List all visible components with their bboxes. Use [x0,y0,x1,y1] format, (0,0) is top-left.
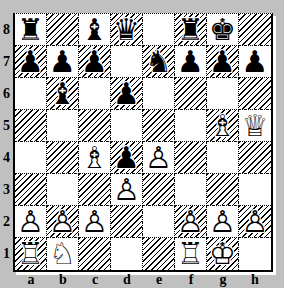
piece-glyph: ♝ [79,142,110,173]
piece-glyph: ♟ [207,46,238,77]
square-a6[interactable] [15,78,47,110]
square-c2[interactable]: ♟♙ [79,206,111,238]
rank-label-3: 3 [0,174,13,206]
square-f6[interactable] [175,78,207,110]
white-pawn-h2[interactable]: ♟♙ [239,206,271,237]
rank-label-5: 5 [0,110,13,142]
white-pawn-g2[interactable]: ♟♙ [207,206,238,237]
square-h1[interactable] [239,238,271,270]
square-c4[interactable]: ♝♗ [79,142,111,174]
piece-glyph: ♛ [239,110,271,141]
square-c1[interactable] [79,238,111,270]
piece-glyph: ♟ [239,206,271,237]
square-g6[interactable] [207,78,239,110]
piece-glyph: ♟ [111,78,142,109]
piece-glyph: ♟ [143,142,174,173]
piece-glyph: ♟ [111,174,142,205]
square-c8[interactable]: ♝ [79,14,111,46]
square-b3[interactable] [47,174,79,206]
piece-outline-glyph: ♘ [47,238,78,270]
black-rook-a8[interactable]: ♜ [15,14,46,45]
piece-outline-glyph: ♖ [15,238,46,270]
square-a1[interactable]: ♜♖ [15,238,47,270]
piece-glyph: ♜ [175,238,206,270]
square-h8[interactable] [239,14,271,46]
square-f7[interactable]: ♟ [175,46,207,78]
piece-outline-glyph: ♙ [111,174,142,205]
piece-outline-glyph: ♙ [15,206,46,237]
square-d7[interactable] [111,46,143,78]
piece-glyph: ♞ [47,238,78,270]
rank-label-2: 2 [0,206,13,238]
piece-glyph: ♚ [207,238,238,270]
white-pawn-a2[interactable]: ♟♙ [15,206,46,237]
square-h7[interactable]: ♟ [239,46,271,78]
file-label-e: e [143,272,175,288]
file-label-d: d [111,272,143,288]
piece-glyph: ♟ [111,142,142,173]
white-pawn-d3[interactable]: ♟♙ [111,174,142,205]
square-c3[interactable] [79,174,111,206]
file-label-b: b [47,272,79,288]
rank-label-4: 4 [0,142,13,174]
square-g7[interactable]: ♟ [207,46,239,78]
square-e4[interactable]: ♟♙ [143,142,175,174]
piece-glyph: ♜ [15,14,46,45]
piece-outline-glyph: ♙ [143,142,174,173]
square-b2[interactable]: ♟♙ [47,206,79,238]
square-d8[interactable]: ♛ [111,14,143,46]
piece-outline-glyph: ♙ [47,206,78,237]
square-b7[interactable]: ♟ [47,46,79,78]
black-bishop-b6[interactable]: ♝ [47,78,78,109]
white-queen-h5[interactable]: ♛♕ [239,110,271,141]
square-d6[interactable]: ♟ [111,78,143,110]
piece-glyph: ♟ [15,46,46,77]
square-c6[interactable] [79,78,111,110]
square-f3[interactable] [175,174,207,206]
white-rook-f1[interactable]: ♜♖ [175,238,206,270]
square-a2[interactable]: ♟♙ [15,206,47,238]
square-g1[interactable]: ♚♔ [207,238,239,270]
square-e2[interactable] [143,206,175,238]
piece-glyph: ♚ [207,14,238,45]
white-bishop-c4[interactable]: ♝♗ [79,142,110,173]
piece-glyph: ♟ [207,206,238,237]
square-b6[interactable]: ♝ [47,78,79,110]
square-b5[interactable] [47,110,79,142]
black-rook-f8[interactable]: ♜ [175,14,206,45]
square-f1[interactable]: ♜♖ [175,238,207,270]
black-knight-e7[interactable]: ♞ [143,46,174,77]
piece-glyph: ♛ [111,14,142,45]
square-b4[interactable] [47,142,79,174]
square-f5[interactable] [175,110,207,142]
square-f8[interactable]: ♜ [175,14,207,46]
piece-glyph: ♟ [15,206,46,237]
file-label-h: h [239,272,271,288]
square-a3[interactable] [15,174,47,206]
black-pawn-a7[interactable]: ♟ [15,46,46,77]
square-g5[interactable]: ♝♗ [207,110,239,142]
black-queen-d8[interactable]: ♛ [111,14,142,45]
white-knight-b1[interactable]: ♞♘ [47,238,78,270]
rank-label-6: 6 [0,78,13,110]
square-f4[interactable] [175,142,207,174]
piece-glyph: ♟ [239,46,271,77]
piece-glyph: ♝ [79,14,110,45]
square-h4[interactable] [239,142,271,174]
piece-glyph: ♜ [175,14,206,45]
piece-outline-glyph: ♗ [207,110,238,141]
square-e1[interactable] [143,238,175,270]
square-e5[interactable] [143,110,175,142]
piece-outline-glyph: ♙ [175,206,206,237]
square-e7[interactable]: ♞ [143,46,175,78]
square-d2[interactable] [111,206,143,238]
piece-glyph: ♟ [47,206,78,237]
black-king-g8[interactable]: ♚ [207,14,238,45]
square-b1[interactable]: ♞♘ [47,238,79,270]
square-g3[interactable] [207,174,239,206]
piece-glyph: ♝ [47,78,78,109]
white-pawn-e4[interactable]: ♟♙ [143,142,174,173]
black-pawn-d6[interactable]: ♟ [111,78,142,109]
square-a5[interactable] [15,110,47,142]
white-pawn-f2[interactable]: ♟♙ [175,206,206,237]
white-king-g1[interactable]: ♚♔ [207,238,238,270]
piece-glyph: ♟ [175,46,206,77]
piece-glyph: ♜ [15,238,46,270]
black-pawn-f7[interactable]: ♟ [175,46,206,77]
black-bishop-c8[interactable]: ♝ [79,14,110,45]
square-d1[interactable] [111,238,143,270]
rank-label-1: 1 [0,238,13,270]
square-e8[interactable] [143,14,175,46]
square-b8[interactable] [47,14,79,46]
black-pawn-b7[interactable]: ♟ [47,46,78,77]
piece-outline-glyph: ♙ [79,206,110,237]
square-h3[interactable] [239,174,271,206]
piece-outline-glyph: ♙ [239,206,271,237]
rank-label-7: 7 [0,46,13,78]
square-a7[interactable]: ♟ [15,46,47,78]
square-h2[interactable]: ♟♙ [239,206,271,238]
file-labels: abcdefgh [15,272,271,288]
black-pawn-h7[interactable]: ♟ [239,46,271,77]
rank-label-8: 8 [0,14,13,46]
square-g4[interactable] [207,142,239,174]
square-d3[interactable]: ♟♙ [111,174,143,206]
square-g2[interactable]: ♟♙ [207,206,239,238]
black-pawn-g7[interactable]: ♟ [207,46,238,77]
file-label-g: g [207,272,239,288]
square-e6[interactable] [143,78,175,110]
black-pawn-d4[interactable]: ♟ [111,142,142,173]
file-label-c: c [79,272,111,288]
piece-outline-glyph: ♗ [79,142,110,173]
piece-glyph: ♝ [207,110,238,141]
piece-glyph: ♟ [175,206,206,237]
square-a8[interactable]: ♜ [15,14,47,46]
piece-glyph: ♟ [79,206,110,237]
piece-outline-glyph: ♙ [207,206,238,237]
piece-outline-glyph: ♕ [239,110,271,141]
piece-glyph: ♟ [47,46,78,77]
file-label-f: f [175,272,207,288]
white-rook-a1[interactable]: ♜♖ [15,238,46,270]
piece-outline-glyph: ♖ [175,238,206,270]
square-e3[interactable] [143,174,175,206]
file-label-a: a [15,272,47,288]
piece-glyph: ♟ [79,46,110,77]
square-h5[interactable]: ♛♕ [239,110,271,142]
rank-labels: 87654321 [0,14,13,270]
square-f2[interactable]: ♟♙ [175,206,207,238]
white-bishop-g5[interactable]: ♝♗ [207,110,238,141]
piece-outline-glyph: ♔ [207,238,238,270]
chess-diagram: 87654321 ♜♝♛♜♚♟♟♟♞♟♟♟♝♟♝♗♛♕♝♗♟♟♙♟♙♟♙♟♙♟♙… [0,0,284,288]
square-g8[interactable]: ♚ [207,14,239,46]
chess-board[interactable]: ♜♝♛♜♚♟♟♟♞♟♟♟♝♟♝♗♛♕♝♗♟♟♙♟♙♟♙♟♙♟♙♟♙♟♙♟♙♜♖♞… [13,13,273,272]
white-pawn-b2[interactable]: ♟♙ [47,206,78,237]
white-pawn-c2[interactable]: ♟♙ [79,206,110,237]
square-d4[interactable]: ♟ [111,142,143,174]
square-a4[interactable] [15,142,47,174]
square-c7[interactable]: ♟ [79,46,111,78]
square-h6[interactable] [239,78,271,110]
square-d5[interactable] [111,110,143,142]
piece-glyph: ♞ [143,46,174,77]
square-c5[interactable] [79,110,111,142]
black-pawn-c7[interactable]: ♟ [79,46,110,77]
